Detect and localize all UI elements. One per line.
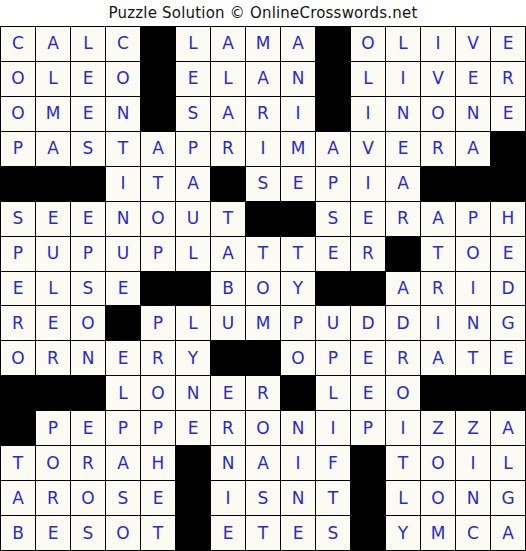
letter-cell-r9c2: E: [36, 306, 70, 340]
letter-cell-r4c11: V: [351, 132, 385, 166]
letter-cell-r13c5: H: [141, 446, 175, 480]
letter-cell-r12c7: R: [211, 411, 245, 445]
block-cell-r11c2: [36, 376, 70, 410]
letter-cell-r7c15: E: [491, 237, 525, 271]
letter-cell-r14c14: N: [456, 481, 490, 515]
letter-cell-r7c1: P: [1, 237, 35, 271]
letter-cell-r7c11: R: [351, 237, 385, 271]
letter-cell-r10c6: Y: [176, 341, 210, 375]
letter-cell-r12c6: E: [176, 411, 210, 445]
letter-cell-r15c4: O: [106, 516, 140, 550]
letter-cell-r8c12: A: [386, 272, 420, 306]
letter-cell-r5c12: A: [386, 167, 420, 201]
letter-cell-r12c4: P: [106, 411, 140, 445]
letter-cell-r4c9: M: [281, 132, 315, 166]
letter-cell-r3c4: N: [106, 97, 140, 131]
block-cell-r3c5: [141, 97, 175, 131]
letter-cell-r13c14: I: [456, 446, 490, 480]
block-cell-r3c10: [316, 97, 350, 131]
letter-cell-r8c8: O: [246, 272, 280, 306]
letter-cell-r12c15: A: [491, 411, 525, 445]
title-bar: Puzzle Solution © OnlineCrosswords.net: [0, 0, 526, 26]
letter-cell-r6c2: E: [36, 202, 70, 236]
block-cell-r2c5: [141, 62, 175, 96]
letter-cell-r7c7: A: [211, 237, 245, 271]
letter-cell-r14c4: S: [106, 481, 140, 515]
letter-cell-r7c9: T: [281, 237, 315, 271]
letter-cell-r7c6: L: [176, 237, 210, 271]
letter-cell-r9c9: P: [281, 306, 315, 340]
letter-cell-r6c11: E: [351, 202, 385, 236]
letter-cell-r4c10: A: [316, 132, 350, 166]
letter-cell-r9c13: I: [421, 306, 455, 340]
letter-cell-r15c8: T: [246, 516, 280, 550]
letter-cell-r4c13: R: [421, 132, 455, 166]
letter-cell-r12c13: Z: [421, 411, 455, 445]
block-cell-r6c8: [246, 202, 280, 236]
letter-cell-r5c9: E: [281, 167, 315, 201]
letter-cell-r6c15: H: [491, 202, 525, 236]
letter-cell-r1c13: I: [421, 27, 455, 61]
letter-cell-r3c7: A: [211, 97, 245, 131]
block-cell-r5c13: [421, 167, 455, 201]
letter-cell-r15c15: A: [491, 516, 525, 550]
letter-cell-r14c12: L: [386, 481, 420, 515]
letter-cell-r9c11: D: [351, 306, 385, 340]
letter-cell-r8c1: E: [1, 272, 35, 306]
letter-cell-r5c8: S: [246, 167, 280, 201]
letter-cell-r15c1: B: [1, 516, 35, 550]
letter-cell-r6c7: T: [211, 202, 245, 236]
letter-cell-r13c15: L: [491, 446, 525, 480]
letter-cell-r7c10: E: [316, 237, 350, 271]
letter-cell-r11c12: O: [386, 376, 420, 410]
letter-cell-r2c6: E: [176, 62, 210, 96]
letter-cell-r12c14: Z: [456, 411, 490, 445]
letter-cell-r1c4: C: [106, 27, 140, 61]
letter-cell-r15c9: E: [281, 516, 315, 550]
letter-cell-r7c8: T: [246, 237, 280, 271]
block-cell-r11c1: [1, 376, 35, 410]
letter-cell-r2c3: E: [71, 62, 105, 96]
block-cell-r14c6: [176, 481, 210, 515]
letter-cell-r3c14: N: [456, 97, 490, 131]
block-cell-r8c5: [141, 272, 175, 306]
block-cell-r13c11: [351, 446, 385, 480]
letter-cell-r9c14: N: [456, 306, 490, 340]
block-cell-r9c4: [106, 306, 140, 340]
letter-cell-r12c2: P: [36, 411, 70, 445]
letter-cell-r4c7: R: [211, 132, 245, 166]
block-cell-r13c6: [176, 446, 210, 480]
letter-cell-r11c10: L: [316, 376, 350, 410]
block-cell-r8c10: [316, 272, 350, 306]
letter-cell-r10c5: R: [141, 341, 175, 375]
letter-cell-r13c7: N: [211, 446, 245, 480]
letter-cell-r14c13: O: [421, 481, 455, 515]
letter-cell-r1c12: L: [386, 27, 420, 61]
letter-cell-r12c11: P: [351, 411, 385, 445]
block-cell-r8c11: [351, 272, 385, 306]
block-cell-r15c6: [176, 516, 210, 550]
crossword-grid: CALCLAMAOLIVEOLEOELANLIVEROMENSARIINONEP…: [0, 26, 526, 551]
letter-cell-r8c15: D: [491, 272, 525, 306]
block-cell-r1c10: [316, 27, 350, 61]
letter-cell-r12c10: I: [316, 411, 350, 445]
block-cell-r11c15: [491, 376, 525, 410]
letter-cell-r12c12: I: [386, 411, 420, 445]
letter-cell-r15c2: E: [36, 516, 70, 550]
letter-cell-r12c5: P: [141, 411, 175, 445]
letter-cell-r2c13: V: [421, 62, 455, 96]
letter-cell-r11c4: L: [106, 376, 140, 410]
letter-cell-r10c9: O: [281, 341, 315, 375]
letter-cell-r11c5: O: [141, 376, 175, 410]
letter-cell-r13c12: T: [386, 446, 420, 480]
letter-cell-r14c10: T: [316, 481, 350, 515]
letter-cell-r7c14: O: [456, 237, 490, 271]
letter-cell-r3c3: E: [71, 97, 105, 131]
letter-cell-r9c12: D: [386, 306, 420, 340]
letter-cell-r6c6: U: [176, 202, 210, 236]
block-cell-r7c12: [386, 237, 420, 271]
letter-cell-r10c2: R: [36, 341, 70, 375]
letter-cell-r14c5: E: [141, 481, 175, 515]
letter-cell-r10c15: E: [491, 341, 525, 375]
letter-cell-r14c1: A: [1, 481, 35, 515]
letter-cell-r4c12: E: [386, 132, 420, 166]
letter-cell-r6c4: N: [106, 202, 140, 236]
letter-cell-r14c2: R: [36, 481, 70, 515]
letter-cell-r2c2: L: [36, 62, 70, 96]
letter-cell-r5c6: A: [176, 167, 210, 201]
letter-cell-r3c12: N: [386, 97, 420, 131]
letter-cell-r9c3: O: [71, 306, 105, 340]
letter-cell-r1c14: V: [456, 27, 490, 61]
page-title: Puzzle Solution © OnlineCrosswords.net: [108, 4, 417, 22]
letter-cell-r4c6: P: [176, 132, 210, 166]
letter-cell-r12c3: E: [71, 411, 105, 445]
letter-cell-r8c7: B: [211, 272, 245, 306]
letter-cell-r6c12: R: [386, 202, 420, 236]
letter-cell-r1c1: C: [1, 27, 35, 61]
letter-cell-r11c7: E: [211, 376, 245, 410]
letter-cell-r8c13: R: [421, 272, 455, 306]
block-cell-r12c1: [1, 411, 35, 445]
letter-cell-r2c12: I: [386, 62, 420, 96]
letter-cell-r2c11: L: [351, 62, 385, 96]
block-cell-r5c7: [211, 167, 245, 201]
letter-cell-r10c1: O: [1, 341, 35, 375]
block-cell-r11c13: [421, 376, 455, 410]
letter-cell-r9c5: P: [141, 306, 175, 340]
letter-cell-r11c11: E: [351, 376, 385, 410]
block-cell-r14c11: [351, 481, 385, 515]
letter-cell-r3c6: S: [176, 97, 210, 131]
block-cell-r10c7: [211, 341, 245, 375]
letter-cell-r4c3: S: [71, 132, 105, 166]
letter-cell-r3c15: E: [491, 97, 525, 131]
letter-cell-r13c4: A: [106, 446, 140, 480]
letter-cell-r5c4: I: [106, 167, 140, 201]
letter-cell-r4c4: T: [106, 132, 140, 166]
block-cell-r15c11: [351, 516, 385, 550]
letter-cell-r13c8: A: [246, 446, 280, 480]
letter-cell-r8c4: E: [106, 272, 140, 306]
letter-cell-r6c5: O: [141, 202, 175, 236]
letter-cell-r10c10: P: [316, 341, 350, 375]
letter-cell-r3c9: I: [281, 97, 315, 131]
letter-cell-r13c1: T: [1, 446, 35, 480]
letter-cell-r15c5: T: [141, 516, 175, 550]
letter-cell-r6c3: E: [71, 202, 105, 236]
letter-cell-r2c15: R: [491, 62, 525, 96]
block-cell-r5c1: [1, 167, 35, 201]
letter-cell-r9c7: U: [211, 306, 245, 340]
letter-cell-r10c4: E: [106, 341, 140, 375]
letter-cell-r9c1: R: [1, 306, 35, 340]
block-cell-r2c10: [316, 62, 350, 96]
letter-cell-r15c12: Y: [386, 516, 420, 550]
letter-cell-r1c11: O: [351, 27, 385, 61]
letter-cell-r5c10: P: [316, 167, 350, 201]
letter-cell-r8c9: Y: [281, 272, 315, 306]
letter-cell-r1c2: A: [36, 27, 70, 61]
block-cell-r11c14: [456, 376, 490, 410]
letter-cell-r1c3: L: [71, 27, 105, 61]
block-cell-r5c15: [491, 167, 525, 201]
block-cell-r11c3: [71, 376, 105, 410]
letter-cell-r13c13: O: [421, 446, 455, 480]
letter-cell-r7c5: P: [141, 237, 175, 271]
puzzle-solution-page: Puzzle Solution © OnlineCrosswords.net C…: [0, 0, 526, 551]
letter-cell-r3c8: R: [246, 97, 280, 131]
letter-cell-r6c10: S: [316, 202, 350, 236]
block-cell-r4c15: [491, 132, 525, 166]
letter-cell-r3c13: O: [421, 97, 455, 131]
letter-cell-r10c13: A: [421, 341, 455, 375]
letter-cell-r9c6: L: [176, 306, 210, 340]
letter-cell-r3c2: M: [36, 97, 70, 131]
letter-cell-r13c2: O: [36, 446, 70, 480]
letter-cell-r15c10: S: [316, 516, 350, 550]
letter-cell-r4c14: A: [456, 132, 490, 166]
letter-cell-r8c3: S: [71, 272, 105, 306]
letter-cell-r5c5: T: [141, 167, 175, 201]
letter-cell-r2c7: L: [211, 62, 245, 96]
block-cell-r6c9: [281, 202, 315, 236]
block-cell-r8c6: [176, 272, 210, 306]
block-cell-r10c8: [246, 341, 280, 375]
letter-cell-r7c2: U: [36, 237, 70, 271]
letter-cell-r1c15: E: [491, 27, 525, 61]
letter-cell-r7c4: U: [106, 237, 140, 271]
block-cell-r11c9: [281, 376, 315, 410]
block-cell-r5c3: [71, 167, 105, 201]
letter-cell-r14c3: O: [71, 481, 105, 515]
letter-cell-r4c5: A: [141, 132, 175, 166]
letter-cell-r13c9: I: [281, 446, 315, 480]
letter-cell-r4c8: I: [246, 132, 280, 166]
letter-cell-r2c1: O: [1, 62, 35, 96]
letter-cell-r2c8: A: [246, 62, 280, 96]
letter-cell-r6c13: A: [421, 202, 455, 236]
letter-cell-r14c8: S: [246, 481, 280, 515]
letter-cell-r8c2: L: [36, 272, 70, 306]
letter-cell-r1c9: A: [281, 27, 315, 61]
block-cell-r5c2: [36, 167, 70, 201]
letter-cell-r2c14: E: [456, 62, 490, 96]
letter-cell-r1c7: A: [211, 27, 245, 61]
letter-cell-r9c15: G: [491, 306, 525, 340]
letter-cell-r15c3: S: [71, 516, 105, 550]
letter-cell-r15c14: C: [456, 516, 490, 550]
letter-cell-r5c11: I: [351, 167, 385, 201]
letter-cell-r11c6: N: [176, 376, 210, 410]
letter-cell-r7c13: T: [421, 237, 455, 271]
letter-cell-r6c14: P: [456, 202, 490, 236]
block-cell-r5c14: [456, 167, 490, 201]
letter-cell-r7c3: P: [71, 237, 105, 271]
letter-cell-r9c10: U: [316, 306, 350, 340]
letter-cell-r8c14: I: [456, 272, 490, 306]
letter-cell-r13c10: F: [316, 446, 350, 480]
letter-cell-r9c8: M: [246, 306, 280, 340]
letter-cell-r3c11: I: [351, 97, 385, 131]
letter-cell-r13c3: R: [71, 446, 105, 480]
letter-cell-r12c9: N: [281, 411, 315, 445]
block-cell-r1c5: [141, 27, 175, 61]
letter-cell-r14c15: G: [491, 481, 525, 515]
letter-cell-r10c12: R: [386, 341, 420, 375]
letter-cell-r1c6: L: [176, 27, 210, 61]
letter-cell-r4c1: P: [1, 132, 35, 166]
letter-cell-r15c7: E: [211, 516, 245, 550]
letter-cell-r3c1: O: [1, 97, 35, 131]
letter-cell-r1c8: M: [246, 27, 280, 61]
letter-cell-r6c1: S: [1, 202, 35, 236]
letter-cell-r2c4: O: [106, 62, 140, 96]
letter-cell-r4c2: A: [36, 132, 70, 166]
letter-cell-r15c13: M: [421, 516, 455, 550]
letter-cell-r10c11: E: [351, 341, 385, 375]
letter-cell-r12c8: O: [246, 411, 280, 445]
letter-cell-r2c9: N: [281, 62, 315, 96]
letter-cell-r14c7: I: [211, 481, 245, 515]
letter-cell-r11c8: R: [246, 376, 280, 410]
letter-cell-r14c9: N: [281, 481, 315, 515]
letter-cell-r10c3: N: [71, 341, 105, 375]
letter-cell-r10c14: T: [456, 341, 490, 375]
